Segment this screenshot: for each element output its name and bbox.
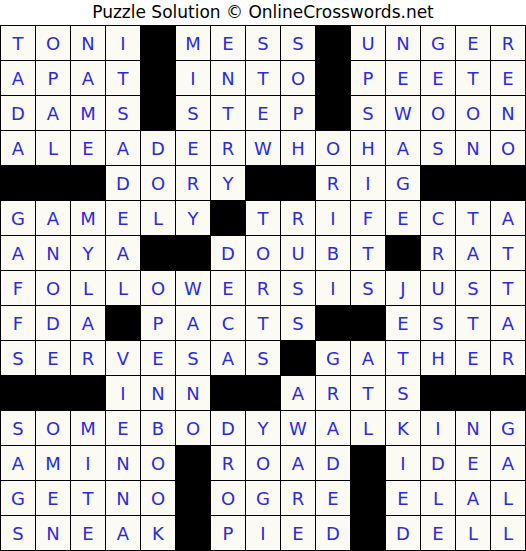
letter-cell: P (351, 61, 385, 95)
letter-cell: S (246, 341, 280, 375)
letter-cell: T (351, 376, 385, 410)
letter-cell: W (176, 271, 210, 305)
letter-cell: G (491, 411, 525, 445)
letter-cell: E (386, 61, 420, 95)
letter-cell: I (106, 376, 140, 410)
letter-cell: F (1, 271, 35, 305)
letter-cell: I (176, 61, 210, 95)
letter-cell: O (141, 271, 175, 305)
letter-cell: M (71, 201, 105, 235)
letter-cell: A (71, 306, 105, 340)
black-cell (36, 376, 70, 410)
letter-cell: D (36, 306, 70, 340)
letter-cell: T (71, 481, 105, 515)
letter-cell: D (316, 446, 350, 480)
letter-cell: N (176, 376, 210, 410)
letter-cell: L (351, 411, 385, 445)
letter-cell: L (491, 481, 525, 515)
black-cell (176, 236, 210, 270)
letter-cell: T (246, 201, 280, 235)
black-cell (141, 236, 175, 270)
letter-cell: A (36, 201, 70, 235)
letter-cell: E (36, 481, 70, 515)
letter-cell: D (386, 516, 420, 550)
letter-cell: O (176, 411, 210, 445)
letter-cell: N (141, 376, 175, 410)
letter-cell: J (386, 271, 420, 305)
letter-cell: A (456, 236, 490, 270)
letter-cell: S (1, 411, 35, 445)
letter-cell: S (351, 271, 385, 305)
letter-cell: L (106, 271, 140, 305)
letter-cell: A (491, 446, 525, 480)
letter-cell: R (491, 26, 525, 60)
letter-cell: P (211, 516, 245, 550)
letter-cell: S (281, 26, 315, 60)
letter-cell: N (456, 411, 490, 445)
letter-cell: S (176, 96, 210, 130)
black-cell (456, 376, 490, 410)
letter-cell: A (1, 446, 35, 480)
letter-cell: U (351, 26, 385, 60)
letter-cell: S (176, 341, 210, 375)
letter-cell: L (36, 131, 70, 165)
letter-cell: O (141, 446, 175, 480)
letter-cell: R (71, 341, 105, 375)
letter-cell: Y (71, 236, 105, 270)
letter-cell: E (421, 61, 455, 95)
black-cell (316, 26, 350, 60)
letter-cell: D (106, 166, 140, 200)
letter-cell: W (246, 131, 280, 165)
black-cell (1, 376, 35, 410)
black-cell (316, 61, 350, 95)
black-cell (351, 516, 385, 550)
letter-cell: V (106, 341, 140, 375)
letter-cell: R (421, 236, 455, 270)
black-cell (246, 376, 280, 410)
letter-cell: A (316, 411, 350, 445)
black-cell (36, 166, 70, 200)
letter-cell: P (141, 306, 175, 340)
letter-cell: A (351, 341, 385, 375)
letter-cell: H (421, 341, 455, 375)
letter-cell: L (491, 516, 525, 550)
letter-cell: E (211, 271, 245, 305)
letter-cell: O (211, 481, 245, 515)
black-cell (71, 166, 105, 200)
letter-cell: S (246, 26, 280, 60)
letter-cell: E (386, 306, 420, 340)
letter-cell: E (281, 516, 315, 550)
letter-cell: N (106, 446, 140, 480)
letter-cell: T (246, 306, 280, 340)
letter-cell: C (211, 306, 245, 340)
letter-cell: R (316, 376, 350, 410)
letter-cell: T (456, 201, 490, 235)
black-cell (281, 166, 315, 200)
letter-cell: G (421, 26, 455, 60)
letter-cell: O (141, 481, 175, 515)
letter-cell: E (176, 131, 210, 165)
letter-cell: E (491, 61, 525, 95)
letter-cell: E (71, 131, 105, 165)
letter-cell: P (36, 61, 70, 95)
letter-cell: T (456, 61, 490, 95)
letter-cell: S (281, 306, 315, 340)
letter-cell: S (386, 376, 420, 410)
letter-cell: R (491, 341, 525, 375)
letter-cell: L (71, 271, 105, 305)
letter-cell: E (316, 481, 350, 515)
letter-cell: G (386, 166, 420, 200)
black-cell (246, 166, 280, 200)
black-cell (491, 376, 525, 410)
letter-cell: R (211, 131, 245, 165)
letter-cell: Y (246, 411, 280, 445)
letter-cell: O (246, 236, 280, 270)
letter-cell: S (456, 271, 490, 305)
letter-cell: E (106, 411, 140, 445)
black-cell (491, 166, 525, 200)
black-cell (106, 306, 140, 340)
letter-cell: O (36, 26, 70, 60)
letter-cell: E (106, 201, 140, 235)
letter-cell: O (421, 96, 455, 130)
letter-cell: T (491, 271, 525, 305)
letter-cell: S (1, 516, 35, 550)
black-cell (71, 376, 105, 410)
letter-cell: O (141, 166, 175, 200)
letter-cell: S (1, 341, 35, 375)
letter-cell: A (176, 306, 210, 340)
letter-cell: M (176, 26, 210, 60)
letter-cell: D (316, 516, 350, 550)
letter-cell: I (316, 271, 350, 305)
letter-cell: O (36, 271, 70, 305)
letter-cell: E (36, 341, 70, 375)
letter-cell: A (211, 341, 245, 375)
letter-cell: A (386, 131, 420, 165)
letter-cell: Y (176, 201, 210, 235)
letter-cell: O (316, 131, 350, 165)
letter-cell: U (281, 236, 315, 270)
letter-cell: E (246, 96, 280, 130)
letter-cell: B (316, 236, 350, 270)
letter-cell: E (421, 516, 455, 550)
letter-cell: T (456, 306, 490, 340)
letter-cell: S (281, 271, 315, 305)
letter-cell: E (71, 516, 105, 550)
letter-cell: T (106, 61, 140, 95)
letter-cell: G (1, 201, 35, 235)
letter-cell: O (456, 96, 490, 130)
letter-cell: N (386, 26, 420, 60)
letter-cell: O (246, 446, 280, 480)
letter-cell: K (386, 411, 420, 445)
letter-cell: U (421, 271, 455, 305)
black-cell (141, 26, 175, 60)
letter-cell: W (386, 96, 420, 130)
black-cell (141, 61, 175, 95)
black-cell (351, 481, 385, 515)
black-cell (351, 446, 385, 480)
letter-cell: G (316, 341, 350, 375)
black-cell (141, 96, 175, 130)
letter-cell: G (1, 481, 35, 515)
letter-cell: H (281, 131, 315, 165)
letter-cell: I (316, 201, 350, 235)
black-cell (421, 166, 455, 200)
black-cell (1, 166, 35, 200)
black-cell (316, 306, 350, 340)
letter-cell: T (351, 236, 385, 270)
letter-cell: O (281, 61, 315, 95)
letter-cell: W (281, 411, 315, 445)
letter-cell: I (351, 166, 385, 200)
page-title: Puzzle Solution © OnlineCrosswords.net (0, 0, 526, 25)
black-cell (456, 166, 490, 200)
letter-cell: R (316, 166, 350, 200)
letter-cell: I (386, 446, 420, 480)
letter-cell: E (456, 446, 490, 480)
letter-cell: A (106, 236, 140, 270)
letter-cell: A (106, 516, 140, 550)
letter-cell: E (211, 26, 245, 60)
black-cell (176, 516, 210, 550)
letter-cell: S (106, 96, 140, 130)
black-cell (281, 341, 315, 375)
black-cell (176, 446, 210, 480)
letter-cell: N (71, 26, 105, 60)
black-cell (211, 376, 245, 410)
letter-cell: A (491, 201, 525, 235)
letter-cell: D (141, 131, 175, 165)
letter-cell: D (211, 411, 245, 445)
letter-cell: A (1, 61, 35, 95)
letter-cell: R (281, 481, 315, 515)
letter-cell: F (1, 306, 35, 340)
letter-cell: C (421, 201, 455, 235)
letter-cell: I (246, 516, 280, 550)
letter-cell: N (491, 96, 525, 130)
letter-cell: K (141, 516, 175, 550)
letter-cell: A (1, 131, 35, 165)
letter-cell: A (456, 481, 490, 515)
letter-cell: A (106, 131, 140, 165)
black-cell (176, 481, 210, 515)
letter-cell: T (386, 341, 420, 375)
letter-cell: O (491, 131, 525, 165)
black-cell (421, 376, 455, 410)
letter-cell: M (71, 411, 105, 445)
letter-cell: A (36, 96, 70, 130)
black-cell (211, 201, 245, 235)
letter-cell: P (281, 96, 315, 130)
letter-cell: S (351, 96, 385, 130)
letter-cell: B (141, 411, 175, 445)
letter-cell: A (281, 446, 315, 480)
letter-cell: N (456, 131, 490, 165)
letter-cell: S (421, 306, 455, 340)
letter-cell: N (36, 516, 70, 550)
letter-cell: A (281, 376, 315, 410)
letter-cell: N (211, 61, 245, 95)
letter-cell: D (1, 96, 35, 130)
letter-cell: A (71, 61, 105, 95)
letter-cell: D (211, 236, 245, 270)
letter-cell: H (351, 131, 385, 165)
letter-cell: A (1, 236, 35, 270)
letter-cell: S (421, 131, 455, 165)
letter-cell: T (1, 26, 35, 60)
black-cell (386, 236, 420, 270)
letter-cell: E (456, 341, 490, 375)
crossword-grid: TONIMESSUNGERAPATINTOPEETEDAMSSTEPSWOONA… (0, 25, 526, 551)
letter-cell: R (211, 446, 245, 480)
letter-cell: E (141, 341, 175, 375)
letter-cell: T (211, 96, 245, 130)
letter-cell: I (106, 26, 140, 60)
letter-cell: L (421, 481, 455, 515)
letter-cell: I (421, 411, 455, 445)
black-cell (351, 306, 385, 340)
letter-cell: M (36, 446, 70, 480)
letter-cell: R (246, 271, 280, 305)
black-cell (316, 96, 350, 130)
letter-cell: R (281, 201, 315, 235)
letter-cell: F (351, 201, 385, 235)
letter-cell: E (386, 201, 420, 235)
letter-cell: A (491, 306, 525, 340)
letter-cell: E (456, 26, 490, 60)
letter-cell: O (36, 411, 70, 445)
letter-cell: L (141, 201, 175, 235)
letter-cell: Y (211, 166, 245, 200)
letter-cell: T (246, 61, 280, 95)
letter-cell: D (421, 446, 455, 480)
letter-cell: I (71, 446, 105, 480)
letter-cell: T (491, 236, 525, 270)
letter-cell: L (456, 516, 490, 550)
letter-cell: E (386, 481, 420, 515)
letter-cell: N (36, 236, 70, 270)
letter-cell: R (176, 166, 210, 200)
letter-cell: M (71, 96, 105, 130)
letter-cell: G (246, 481, 280, 515)
letter-cell: N (106, 481, 140, 515)
